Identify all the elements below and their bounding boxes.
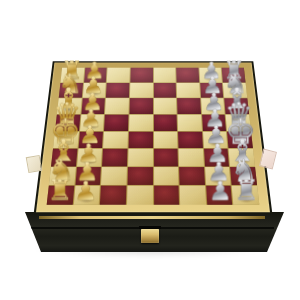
square-g3[interactable] bbox=[101, 167, 127, 185]
square-f4[interactable] bbox=[128, 149, 153, 166]
square-a3[interactable] bbox=[107, 68, 130, 82]
square-a5[interactable] bbox=[153, 68, 175, 82]
square-b6[interactable] bbox=[177, 83, 200, 98]
wooden-case bbox=[0, 212, 300, 253]
square-d5[interactable] bbox=[153, 115, 177, 131]
square-h1[interactable]: ♜ bbox=[47, 186, 74, 205]
square-h8[interactable]: ♜ bbox=[232, 186, 259, 205]
square-g5[interactable] bbox=[154, 167, 179, 185]
silver-rook[interactable]: ♜ bbox=[234, 177, 259, 204]
square-h6[interactable] bbox=[180, 186, 206, 205]
square-e6[interactable] bbox=[178, 131, 203, 148]
price-tag-left bbox=[26, 155, 43, 173]
square-f3[interactable] bbox=[102, 149, 127, 166]
square-a6[interactable] bbox=[176, 68, 199, 82]
chess-set-photo: ♜♟♟♜♞♟♟♞♝♟♟♝♛♟♟♛♚♟♟♚♝♟♟♝♞♟♟♞♜♟♟♜ bbox=[0, 0, 300, 300]
square-c4[interactable] bbox=[129, 98, 152, 113]
square-h7[interactable]: ♟ bbox=[206, 186, 233, 205]
square-f5[interactable] bbox=[154, 149, 179, 166]
square-h3[interactable] bbox=[100, 186, 126, 205]
square-c3[interactable] bbox=[105, 98, 129, 113]
gold-rook[interactable]: ♜ bbox=[47, 177, 72, 204]
price-tag-right bbox=[259, 149, 277, 170]
square-h4[interactable] bbox=[127, 186, 153, 205]
square-c6[interactable] bbox=[177, 98, 201, 113]
board-frame: ♜♟♟♜♞♟♟♞♝♟♟♝♛♟♟♛♚♟♟♚♝♟♟♝♞♟♟♞♜♟♟♜ bbox=[34, 61, 273, 214]
square-f6[interactable] bbox=[179, 149, 204, 166]
square-e4[interactable] bbox=[128, 131, 152, 148]
square-g4[interactable] bbox=[127, 167, 152, 185]
square-b3[interactable] bbox=[106, 83, 129, 98]
drawer-handle[interactable] bbox=[141, 229, 159, 243]
board-underside-gold-edge bbox=[39, 216, 265, 219]
square-h5[interactable] bbox=[154, 186, 180, 205]
silver-pawn[interactable]: ♟ bbox=[208, 179, 231, 204]
square-e5[interactable] bbox=[154, 131, 178, 148]
square-b5[interactable] bbox=[153, 83, 176, 98]
square-c5[interactable] bbox=[153, 98, 176, 113]
square-h2[interactable]: ♟ bbox=[73, 186, 100, 205]
square-b4[interactable] bbox=[130, 83, 153, 98]
square-e3[interactable] bbox=[103, 131, 128, 148]
square-d6[interactable] bbox=[178, 115, 202, 131]
square-g6[interactable] bbox=[179, 167, 205, 185]
square-d4[interactable] bbox=[129, 115, 153, 131]
gold-pawn[interactable]: ♟ bbox=[75, 179, 98, 204]
square-d3[interactable] bbox=[104, 115, 128, 131]
board-grid: ♜♟♟♜♞♟♟♞♝♟♟♝♛♟♟♛♚♟♟♚♝♟♟♝♞♟♟♞♜♟♟♜ bbox=[47, 68, 260, 205]
square-a4[interactable] bbox=[130, 68, 152, 82]
chess-board: ♜♟♟♜♞♟♟♞♝♟♟♝♛♟♟♛♚♟♟♚♝♟♟♝♞♟♟♞♜♟♟♜ bbox=[34, 61, 273, 214]
